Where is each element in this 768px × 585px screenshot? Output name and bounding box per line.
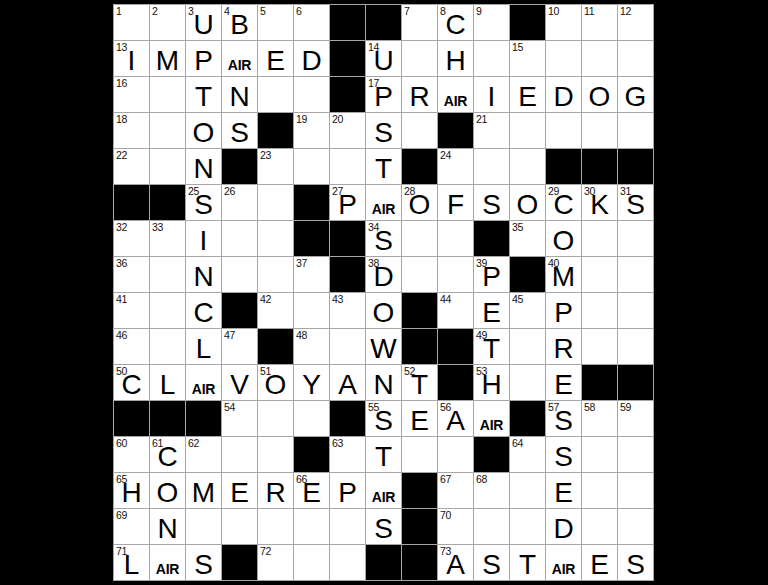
letter-r6c7: P <box>330 191 365 219</box>
cell-r2c4[interactable]: AIR <box>222 41 257 76</box>
cell-r11c3[interactable]: AIR <box>186 365 221 400</box>
cell-r16c11[interactable]: S <box>474 545 509 580</box>
letter-r9c3: C <box>186 299 221 327</box>
cell-r10c12[interactable] <box>510 329 545 364</box>
black-cell-r6c1 <box>114 185 149 220</box>
cell-r5c1[interactable]: 22 <box>114 149 149 184</box>
cell-r1c6[interactable]: 6 <box>294 5 329 40</box>
letter-r8c8: D <box>366 263 401 291</box>
cell-r14c7[interactable]: P <box>330 473 365 508</box>
letter-r10c8: W <box>366 335 401 363</box>
letter-r13c2: C <box>150 443 185 471</box>
rebus-air-r6c8: AIR <box>366 202 401 216</box>
cell-r11c7[interactable]: A <box>330 365 365 400</box>
cell-r1c13[interactable]: 10 <box>546 5 581 40</box>
clue-number-2: 2 <box>152 5 158 17</box>
cell-r7c2[interactable]: 33 <box>150 221 185 256</box>
cell-r14c15[interactable] <box>618 473 653 508</box>
clue-number-12: 12 <box>620 5 631 17</box>
cell-r1c3[interactable]: 3U <box>186 5 221 40</box>
cell-r12c5[interactable] <box>258 401 293 436</box>
cell-r8c15[interactable] <box>618 257 653 292</box>
rebus-air-r2c4: AIR <box>222 58 257 72</box>
black-cell-r11c15 <box>618 365 653 400</box>
letter-r10c11: T <box>474 335 509 363</box>
cell-r8c5[interactable] <box>258 257 293 292</box>
letter-r16c14: E <box>582 551 617 579</box>
cell-r7c13[interactable]: O <box>546 221 581 256</box>
cell-r16c2[interactable]: AIR <box>150 545 185 580</box>
cell-r7c15[interactable] <box>618 221 653 256</box>
cell-r11c4[interactable]: V <box>222 365 257 400</box>
cell-r14c2[interactable]: O <box>150 473 185 508</box>
cell-r14c8[interactable]: AIR <box>366 473 401 508</box>
letter-r13c13: S <box>546 443 581 471</box>
black-cell-r9c4 <box>222 293 257 328</box>
black-cell-r5c13 <box>546 149 581 184</box>
clue-number-15: 15 <box>512 41 523 53</box>
cell-r10c8[interactable]: W <box>366 329 401 364</box>
letter-r10c3: L <box>186 335 221 363</box>
cell-r16c13[interactable]: AIR <box>546 545 581 580</box>
black-cell-r5c9 <box>402 149 437 184</box>
cell-r15c3[interactable] <box>186 509 221 544</box>
cell-r6c8[interactable]: AIR <box>366 185 401 220</box>
clue-number-72: 72 <box>260 545 271 557</box>
black-cell-r3c7 <box>330 77 365 112</box>
cell-r9c11[interactable]: E <box>474 293 509 328</box>
cell-r13c7[interactable]: 63 <box>330 437 365 472</box>
cell-r1c15[interactable]: 12 <box>618 5 653 40</box>
cell-r13c4[interactable] <box>222 437 257 472</box>
cell-r7c9[interactable] <box>402 221 437 256</box>
clue-number-16: 16 <box>116 77 127 89</box>
letter-r5c8: T <box>366 155 401 183</box>
clue-number-23: 23 <box>260 149 271 161</box>
letter-r16c10: A <box>438 551 473 579</box>
cell-r10c3[interactable]: L <box>186 329 221 364</box>
cell-r12c6[interactable] <box>294 401 329 436</box>
letter-r2c2: M <box>150 47 185 75</box>
cell-r9c13[interactable]: P <box>546 293 581 328</box>
letter-r2c5: E <box>258 47 293 75</box>
cell-r14c3[interactable]: M <box>186 473 221 508</box>
clue-number-37: 37 <box>296 257 307 269</box>
cell-r11c9[interactable]: 52T <box>402 365 437 400</box>
letter-r3c14: O <box>582 83 617 111</box>
cell-r5c11[interactable] <box>474 149 509 184</box>
cell-r8c4[interactable] <box>222 257 257 292</box>
cell-r9c1[interactable]: 41 <box>114 293 149 328</box>
cell-r6c12[interactable]: O <box>510 185 545 220</box>
black-cell-r1c12 <box>510 5 545 40</box>
cell-r15c13[interactable]: D <box>546 509 581 544</box>
cell-r11c2[interactable]: L <box>150 365 185 400</box>
cell-r3c6[interactable] <box>294 77 329 112</box>
cell-r6c13[interactable]: 29C <box>546 185 581 220</box>
letter-r9c11: E <box>474 299 509 327</box>
cell-r4c7[interactable]: 20 <box>330 113 365 148</box>
cell-r6c11[interactable]: S <box>474 185 509 220</box>
cell-r16c7[interactable] <box>330 545 365 580</box>
clue-number-58: 58 <box>584 401 595 413</box>
cell-r2c15[interactable] <box>618 41 653 76</box>
cell-r1c10[interactable]: 8C <box>438 5 473 40</box>
cell-r10c13[interactable]: R <box>546 329 581 364</box>
cell-r10c14[interactable] <box>582 329 617 364</box>
cell-r14c1[interactable]: 65H <box>114 473 149 508</box>
cell-r8c6[interactable]: 37 <box>294 257 329 292</box>
letter-r3c12: E <box>510 83 545 111</box>
cell-r9c2[interactable] <box>150 293 185 328</box>
cell-r10c11[interactable]: 49T <box>474 329 509 364</box>
cell-r11c5[interactable]: 51O <box>258 365 293 400</box>
letter-r6c13: C <box>546 191 581 219</box>
cell-r9c6[interactable] <box>294 293 329 328</box>
cell-r5c7[interactable] <box>330 149 365 184</box>
cell-r4c14[interactable] <box>582 113 617 148</box>
cell-r6c9[interactable]: 28O <box>402 185 437 220</box>
cell-r9c15[interactable] <box>618 293 653 328</box>
clue-number-36: 36 <box>116 257 127 269</box>
cell-r1c11[interactable]: 9 <box>474 5 509 40</box>
cell-r2c11[interactable] <box>474 41 509 76</box>
cell-r13c2[interactable]: 61C <box>150 437 185 472</box>
cell-r2c14[interactable] <box>582 41 617 76</box>
clue-number-67: 67 <box>440 473 451 485</box>
cell-r3c9[interactable]: R <box>402 77 437 112</box>
cell-r8c1[interactable]: 36 <box>114 257 149 292</box>
cell-r2c6[interactable]: D <box>294 41 329 76</box>
letter-r3c13: D <box>546 83 581 111</box>
cell-r14c5[interactable]: R <box>258 473 293 508</box>
cell-r9c10[interactable]: 44 <box>438 293 473 328</box>
cell-r15c14[interactable] <box>582 509 617 544</box>
cell-r8c9[interactable] <box>402 257 437 292</box>
clue-number-41: 41 <box>116 293 127 305</box>
cell-r3c4[interactable]: N <box>222 77 257 112</box>
clue-number-48: 48 <box>296 329 307 341</box>
cell-r2c8[interactable]: 14U <box>366 41 401 76</box>
black-cell-r11c14 <box>582 365 617 400</box>
letter-r12c9: E <box>402 407 437 435</box>
letter-r1c10: C <box>438 11 473 39</box>
cell-r2c9[interactable] <box>402 41 437 76</box>
cell-r3c12[interactable]: E <box>510 77 545 112</box>
cell-r3c10[interactable]: AIR <box>438 77 473 112</box>
letter-r8c13: M <box>546 263 581 291</box>
cell-r16c6[interactable] <box>294 545 329 580</box>
cell-r11c11[interactable]: 53H <box>474 365 509 400</box>
cell-r3c11[interactable]: I <box>474 77 509 112</box>
crossword-page: 123U4B5678C910111213IMPAIRED14UH1516TN17… <box>0 0 768 585</box>
cell-r2c5[interactable]: E <box>258 41 293 76</box>
cell-r15c10[interactable]: 70 <box>438 509 473 544</box>
cell-r15c2[interactable]: N <box>150 509 185 544</box>
cell-r16c5[interactable]: 72 <box>258 545 293 580</box>
clue-number-59: 59 <box>620 401 631 413</box>
cell-r4c2[interactable] <box>150 113 185 148</box>
letter-r7c13: O <box>546 227 581 255</box>
clue-number-54: 54 <box>224 401 235 413</box>
cell-r11c8[interactable]: N <box>366 365 401 400</box>
cell-r5c8[interactable]: T <box>366 149 401 184</box>
letter-r3c15: G <box>618 83 653 111</box>
cell-r5c10[interactable]: 24 <box>438 149 473 184</box>
cell-r7c3[interactable]: I <box>186 221 221 256</box>
black-cell-r9c9 <box>402 293 437 328</box>
cell-r5c3[interactable]: N <box>186 149 221 184</box>
cell-r5c2[interactable] <box>150 149 185 184</box>
letter-r6c9: O <box>402 191 437 219</box>
letter-r13c8: T <box>366 443 401 471</box>
cell-r15c15[interactable] <box>618 509 653 544</box>
letter-r12c8: S <box>366 407 401 435</box>
cell-r12c13[interactable]: 57S <box>546 401 581 436</box>
cell-r3c8[interactable]: 17P <box>366 77 401 112</box>
clue-number-60: 60 <box>116 437 127 449</box>
black-cell-r13c11 <box>474 437 509 472</box>
cell-r2c3[interactable]: P <box>186 41 221 76</box>
cell-r8c3[interactable]: N <box>186 257 221 292</box>
cell-r6c7[interactable]: 27P <box>330 185 365 220</box>
cell-r16c1[interactable]: 71L <box>114 545 149 580</box>
cell-r6c5[interactable] <box>258 185 293 220</box>
cell-r7c10[interactable] <box>438 221 473 256</box>
cell-r7c14[interactable] <box>582 221 617 256</box>
cell-r12c8[interactable]: 55S <box>366 401 401 436</box>
letter-r11c8: N <box>366 371 401 399</box>
cell-r14c6[interactable]: 66E <box>294 473 329 508</box>
cell-r13c13[interactable]: S <box>546 437 581 472</box>
cell-r4c1[interactable]: 18 <box>114 113 149 148</box>
cell-r4c4[interactable]: S <box>222 113 257 148</box>
cell-r10c1[interactable]: 46 <box>114 329 149 364</box>
cell-r15c5[interactable] <box>258 509 293 544</box>
cell-r12c14[interactable]: 58 <box>582 401 617 436</box>
cell-r9c8[interactable]: O <box>366 293 401 328</box>
black-cell-r12c3 <box>186 401 221 436</box>
cell-r7c5[interactable] <box>258 221 293 256</box>
cell-r6c4[interactable]: 26 <box>222 185 257 220</box>
clue-number-63: 63 <box>332 437 343 449</box>
cell-r9c5[interactable]: 42 <box>258 293 293 328</box>
cell-r6c3[interactable]: 25S <box>186 185 221 220</box>
cell-r10c15[interactable] <box>618 329 653 364</box>
cell-r3c15[interactable]: G <box>618 77 653 112</box>
cell-r4c13[interactable] <box>546 113 581 148</box>
letter-r3c3: T <box>186 83 221 111</box>
cell-r4c9[interactable] <box>402 113 437 148</box>
cell-r15c8[interactable]: S <box>366 509 401 544</box>
clue-number-44: 44 <box>440 293 451 305</box>
clue-number-5: 5 <box>260 5 266 17</box>
cell-r1c2[interactable]: 2 <box>150 5 185 40</box>
black-cell-r14c9 <box>402 473 437 508</box>
cell-r9c12[interactable]: 45 <box>510 293 545 328</box>
letter-r16c11: S <box>474 551 509 579</box>
cell-r8c14[interactable] <box>582 257 617 292</box>
cell-r3c3[interactable]: T <box>186 77 221 112</box>
letter-r6c10: F <box>438 191 473 219</box>
cell-r16c15[interactable]: S <box>618 545 653 580</box>
letter-r6c11: S <box>474 191 509 219</box>
cell-r1c1[interactable]: 1 <box>114 5 149 40</box>
cell-r3c1[interactable]: 16 <box>114 77 149 112</box>
cell-r10c4[interactable]: 47 <box>222 329 257 364</box>
cell-r1c9[interactable]: 7 <box>402 5 437 40</box>
cell-r12c9[interactable]: E <box>402 401 437 436</box>
cell-r4c8[interactable]: S <box>366 113 401 148</box>
cell-r13c12[interactable]: 64 <box>510 437 545 472</box>
cell-r13c14[interactable] <box>582 437 617 472</box>
cell-r10c2[interactable] <box>150 329 185 364</box>
black-cell-r16c8 <box>366 545 401 580</box>
cell-r4c15[interactable] <box>618 113 653 148</box>
cell-r16c12[interactable]: T <box>510 545 545 580</box>
cell-r9c3[interactable]: C <box>186 293 221 328</box>
clue-number-18: 18 <box>116 113 127 125</box>
cell-r9c7[interactable]: 43 <box>330 293 365 328</box>
cell-r13c3[interactable]: 62 <box>186 437 221 472</box>
cell-r1c5[interactable]: 5 <box>258 5 293 40</box>
cell-r8c2[interactable] <box>150 257 185 292</box>
letter-r8c3: N <box>186 263 221 291</box>
cell-r2c13[interactable] <box>546 41 581 76</box>
cell-r4c11[interactable]: 21 <box>474 113 509 148</box>
letter-r16c3: S <box>186 551 221 579</box>
cell-r1c4[interactable]: 4B <box>222 5 257 40</box>
cell-r5c5[interactable]: 23 <box>258 149 293 184</box>
letter-r2c6: D <box>294 47 329 75</box>
cell-r4c3[interactable]: O <box>186 113 221 148</box>
cell-r13c15[interactable] <box>618 437 653 472</box>
cell-r2c2[interactable]: M <box>150 41 185 76</box>
clue-number-10: 10 <box>548 5 559 17</box>
cell-r3c13[interactable]: D <box>546 77 581 112</box>
clue-number-42: 42 <box>260 293 271 305</box>
cell-r14c14[interactable] <box>582 473 617 508</box>
cell-r13c10[interactable] <box>438 437 473 472</box>
cell-r10c7[interactable] <box>330 329 365 364</box>
cell-r12c10[interactable]: 56A <box>438 401 473 436</box>
cell-r3c5[interactable] <box>258 77 293 112</box>
cell-r7c8[interactable]: 34S <box>366 221 401 256</box>
cell-r7c1[interactable]: 32 <box>114 221 149 256</box>
cell-r13c9[interactable] <box>402 437 437 472</box>
letter-r11c13: E <box>546 371 581 399</box>
cell-r2c1[interactable]: 13I <box>114 41 149 76</box>
letter-r11c1: C <box>114 371 149 399</box>
cell-r11c1[interactable]: 50C <box>114 365 149 400</box>
black-cell-r7c11 <box>474 221 509 256</box>
clue-number-62: 62 <box>188 437 199 449</box>
cell-r11c6[interactable]: Y <box>294 365 329 400</box>
black-cell-r5c4 <box>222 149 257 184</box>
cell-r16c3[interactable]: S <box>186 545 221 580</box>
cell-r12c4[interactable]: 54 <box>222 401 257 436</box>
cell-r3c2[interactable] <box>150 77 185 112</box>
letter-r10c13: R <box>546 335 581 363</box>
cell-r5c6[interactable] <box>294 149 329 184</box>
black-cell-r5c15 <box>618 149 653 184</box>
cell-r14c12[interactable] <box>510 473 545 508</box>
cell-r11c12[interactable] <box>510 365 545 400</box>
black-cell-r16c4 <box>222 545 257 580</box>
cell-r13c5[interactable] <box>258 437 293 472</box>
clue-number-1: 1 <box>116 5 122 17</box>
cell-r15c1[interactable]: 69 <box>114 509 149 544</box>
letter-r2c1: I <box>114 47 149 75</box>
cell-r16c14[interactable]: E <box>582 545 617 580</box>
letter-r3c8: P <box>366 83 401 111</box>
clue-number-32: 32 <box>116 221 127 233</box>
cell-r14c10[interactable]: 67 <box>438 473 473 508</box>
cell-r6c10[interactable]: F <box>438 185 473 220</box>
clue-number-6: 6 <box>296 5 302 17</box>
cell-r6c15[interactable]: 31S <box>618 185 653 220</box>
cell-r7c12[interactable]: 35 <box>510 221 545 256</box>
letter-r16c15: S <box>618 551 653 579</box>
cell-r10c6[interactable]: 48 <box>294 329 329 364</box>
cell-r9c14[interactable] <box>582 293 617 328</box>
clue-number-46: 46 <box>116 329 127 341</box>
cell-r15c7[interactable] <box>330 509 365 544</box>
cell-r3c14[interactable]: O <box>582 77 617 112</box>
cell-r5c12[interactable] <box>510 149 545 184</box>
cell-r15c11[interactable] <box>474 509 509 544</box>
cell-r16c10[interactable]: 73A <box>438 545 473 580</box>
cell-r6c14[interactable]: 30K <box>582 185 617 220</box>
black-cell-r10c9 <box>402 329 437 364</box>
cell-r2c12[interactable]: 15 <box>510 41 545 76</box>
letter-r14c7: P <box>330 479 365 507</box>
cell-r14c4[interactable]: E <box>222 473 257 508</box>
cell-r4c12[interactable] <box>510 113 545 148</box>
cell-r15c6[interactable] <box>294 509 329 544</box>
cell-r8c8[interactable]: 38D <box>366 257 401 292</box>
cell-r8c11[interactable]: 39P <box>474 257 509 292</box>
cell-r15c12[interactable] <box>510 509 545 544</box>
letter-r6c14: K <box>582 191 617 219</box>
cell-r13c8[interactable]: T <box>366 437 401 472</box>
cell-r14c13[interactable]: E <box>546 473 581 508</box>
clue-number-43: 43 <box>332 293 343 305</box>
cell-r15c4[interactable] <box>222 509 257 544</box>
clue-number-20: 20 <box>332 113 343 125</box>
cell-r12c11[interactable]: AIR <box>474 401 509 436</box>
letter-r5c3: N <box>186 155 221 183</box>
cell-r12c15[interactable]: 59 <box>618 401 653 436</box>
cell-r13c1[interactable]: 60 <box>114 437 149 472</box>
cell-r8c10[interactable] <box>438 257 473 292</box>
letter-r14c1: H <box>114 479 149 507</box>
clue-number-7: 7 <box>404 5 410 17</box>
clue-number-70: 70 <box>440 509 451 521</box>
cell-r2c10[interactable]: H <box>438 41 473 76</box>
cell-r7c4[interactable] <box>222 221 257 256</box>
cell-r8c13[interactable]: 40M <box>546 257 581 292</box>
cell-r4c6[interactable]: 19 <box>294 113 329 148</box>
cell-r11c13[interactable]: E <box>546 365 581 400</box>
rebus-air-r11c3: AIR <box>186 382 221 396</box>
clue-number-9: 9 <box>476 5 482 17</box>
cell-r1c14[interactable]: 11 <box>582 5 617 40</box>
black-cell-r16c9 <box>402 545 437 580</box>
black-cell-r15c9 <box>402 509 437 544</box>
black-cell-r5c14 <box>582 149 617 184</box>
cell-r14c11[interactable]: 68 <box>474 473 509 508</box>
